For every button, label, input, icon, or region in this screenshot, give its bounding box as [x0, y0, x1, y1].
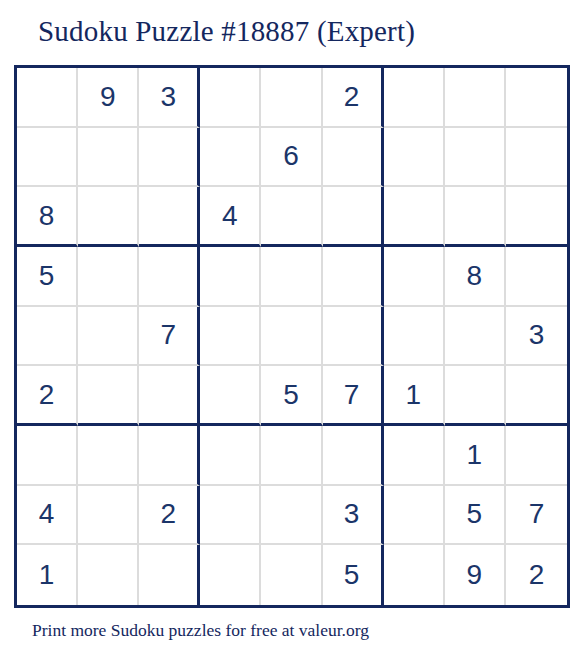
cell-r8c7[interactable]	[384, 486, 445, 546]
cell-r5c3[interactable]: 7	[139, 307, 200, 367]
cell-r7c1[interactable]	[17, 426, 78, 486]
cell-r9c8[interactable]: 9	[445, 545, 506, 605]
cell-r9c1[interactable]: 1	[17, 545, 78, 605]
cell-r9c3[interactable]	[139, 545, 200, 605]
cell-r3c3[interactable]	[139, 187, 200, 247]
cell-r7c5[interactable]	[261, 426, 322, 486]
cell-r6c5[interactable]: 5	[261, 366, 322, 426]
cell-r3c6[interactable]	[323, 187, 384, 247]
cell-r8c2[interactable]	[78, 486, 139, 546]
cell-r6c7[interactable]: 1	[384, 366, 445, 426]
cell-r2c9[interactable]	[506, 128, 567, 188]
cell-r1c8[interactable]	[445, 68, 506, 128]
cell-r3c5[interactable]	[261, 187, 322, 247]
cell-r6c8[interactable]	[445, 366, 506, 426]
cell-r2c6[interactable]	[323, 128, 384, 188]
cell-r4c7[interactable]	[384, 247, 445, 307]
cell-r1c3[interactable]: 3	[139, 68, 200, 128]
cell-r3c8[interactable]	[445, 187, 506, 247]
cell-r4c2[interactable]	[78, 247, 139, 307]
cell-r9c2[interactable]	[78, 545, 139, 605]
cell-r2c4[interactable]	[200, 128, 261, 188]
cell-r9c7[interactable]	[384, 545, 445, 605]
cell-r9c9[interactable]: 2	[506, 545, 567, 605]
cell-r3c7[interactable]	[384, 187, 445, 247]
cell-r1c5[interactable]	[261, 68, 322, 128]
cell-r7c7[interactable]	[384, 426, 445, 486]
cell-r6c9[interactable]	[506, 366, 567, 426]
cell-r4c1[interactable]: 5	[17, 247, 78, 307]
cell-r1c6[interactable]: 2	[323, 68, 384, 128]
cell-r5c1[interactable]	[17, 307, 78, 367]
cell-r8c6[interactable]: 3	[323, 486, 384, 546]
cell-r1c7[interactable]	[384, 68, 445, 128]
cell-r7c2[interactable]	[78, 426, 139, 486]
cell-r1c1[interactable]	[17, 68, 78, 128]
cell-r6c6[interactable]: 7	[323, 366, 384, 426]
cell-r6c1[interactable]: 2	[17, 366, 78, 426]
cell-r2c7[interactable]	[384, 128, 445, 188]
cell-r4c8[interactable]: 8	[445, 247, 506, 307]
cell-r2c2[interactable]	[78, 128, 139, 188]
cell-r7c3[interactable]	[139, 426, 200, 486]
cell-r8c1[interactable]: 4	[17, 486, 78, 546]
cell-r6c3[interactable]	[139, 366, 200, 426]
cell-r5c9[interactable]: 3	[506, 307, 567, 367]
cell-r5c5[interactable]	[261, 307, 322, 367]
cell-r8c8[interactable]: 5	[445, 486, 506, 546]
cell-r4c5[interactable]	[261, 247, 322, 307]
cell-r9c5[interactable]	[261, 545, 322, 605]
cell-r4c9[interactable]	[506, 247, 567, 307]
cell-r9c6[interactable]: 5	[323, 545, 384, 605]
cell-r2c8[interactable]	[445, 128, 506, 188]
cell-r7c6[interactable]	[323, 426, 384, 486]
page-title: Sudoku Puzzle #18887 (Expert)	[38, 15, 580, 48]
cell-r7c9[interactable]	[506, 426, 567, 486]
cell-r3c1[interactable]: 8	[17, 187, 78, 247]
cell-r3c4[interactable]: 4	[200, 187, 261, 247]
cell-r8c9[interactable]: 7	[506, 486, 567, 546]
cell-r6c4[interactable]	[200, 366, 261, 426]
cell-r3c9[interactable]	[506, 187, 567, 247]
footer-text: Print more Sudoku puzzles for free at va…	[32, 620, 580, 641]
cell-r8c4[interactable]	[200, 486, 261, 546]
cell-r2c1[interactable]	[17, 128, 78, 188]
cell-r4c6[interactable]	[323, 247, 384, 307]
cell-r5c8[interactable]	[445, 307, 506, 367]
cell-r2c3[interactable]	[139, 128, 200, 188]
cell-r2c5[interactable]: 6	[261, 128, 322, 188]
cell-r9c4[interactable]	[200, 545, 261, 605]
cell-r1c9[interactable]	[506, 68, 567, 128]
cell-r4c4[interactable]	[200, 247, 261, 307]
cell-r8c3[interactable]: 2	[139, 486, 200, 546]
cell-r5c7[interactable]	[384, 307, 445, 367]
cell-r4c3[interactable]	[139, 247, 200, 307]
cell-r6c2[interactable]	[78, 366, 139, 426]
cell-r5c2[interactable]	[78, 307, 139, 367]
cell-r7c8[interactable]: 1	[445, 426, 506, 486]
cell-r1c4[interactable]	[200, 68, 261, 128]
cell-r3c2[interactable]	[78, 187, 139, 247]
cell-r1c2[interactable]: 9	[78, 68, 139, 128]
cell-r5c4[interactable]	[200, 307, 261, 367]
cell-r7c4[interactable]	[200, 426, 261, 486]
cell-r5c6[interactable]	[323, 307, 384, 367]
sudoku-grid: 932684587325711423571592	[14, 65, 570, 608]
cell-r8c5[interactable]	[261, 486, 322, 546]
